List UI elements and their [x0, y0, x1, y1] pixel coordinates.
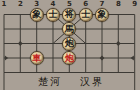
river-label-chu: 楚河 — [38, 75, 62, 88]
piece-black-cannon[interactable]: 炮 — [62, 37, 76, 51]
column-label-2: 2 — [18, 0, 23, 9]
column-label-9: 9 — [132, 0, 137, 9]
column-label-1: 1 — [2, 0, 7, 9]
piece-red-chariot[interactable]: 車 — [30, 51, 44, 65]
piece-black-general[interactable]: 将 — [62, 8, 76, 22]
column-label-8: 8 — [116, 0, 121, 9]
piece-black-advisor[interactable]: 士 — [79, 8, 93, 22]
star-marker — [100, 56, 105, 61]
piece-black-elephant[interactable]: 象 — [95, 8, 109, 22]
star-marker-edge-right — [131, 56, 134, 61]
piece-black-advisor[interactable]: 士 — [46, 8, 60, 22]
piece-black-elephant[interactable]: 象 — [30, 8, 44, 22]
river-label-han: 汉界 — [80, 75, 104, 88]
star-marker-edge-left — [5, 56, 8, 61]
star-marker — [116, 41, 121, 46]
xiangqi-board: 123456789 象士将士象馬炮車炮 楚河 汉界 — [0, 0, 140, 90]
star-marker — [18, 41, 23, 46]
